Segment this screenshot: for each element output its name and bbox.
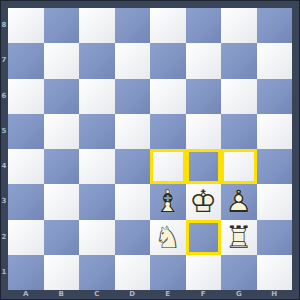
square-f7[interactable] bbox=[186, 43, 222, 78]
square-d6[interactable] bbox=[115, 79, 151, 114]
file-label-h: H bbox=[264, 291, 284, 299]
file-label-a: A bbox=[16, 291, 36, 299]
square-b1[interactable] bbox=[44, 255, 80, 290]
chess-board: ♝♗♚♔♟♙♞♘♜♖ bbox=[8, 8, 292, 290]
file-label-d: D bbox=[122, 291, 142, 299]
square-a5[interactable] bbox=[8, 114, 44, 149]
square-d8[interactable] bbox=[115, 8, 151, 43]
square-e1[interactable] bbox=[150, 255, 186, 290]
square-c3[interactable] bbox=[79, 184, 115, 219]
square-h3[interactable] bbox=[257, 184, 293, 219]
square-g8[interactable] bbox=[221, 8, 257, 43]
square-e5[interactable] bbox=[150, 114, 186, 149]
rank-label-2: 2 bbox=[0, 234, 8, 241]
file-label-c: C bbox=[87, 291, 107, 299]
piece-outline-glyph: ♔ bbox=[186, 184, 222, 219]
square-d1[interactable] bbox=[115, 255, 151, 290]
square-b3[interactable] bbox=[44, 184, 80, 219]
file-label-g: G bbox=[229, 291, 249, 299]
square-f4[interactable] bbox=[186, 149, 222, 184]
square-b4[interactable] bbox=[44, 149, 80, 184]
rank-label-8: 8 bbox=[0, 22, 8, 29]
square-e7[interactable] bbox=[150, 43, 186, 78]
piece-white-bishop[interactable]: ♝♗ bbox=[150, 184, 186, 219]
square-a3[interactable] bbox=[8, 184, 44, 219]
square-b8[interactable] bbox=[44, 8, 80, 43]
piece-white-pawn[interactable]: ♟♙ bbox=[221, 184, 257, 219]
square-e3[interactable]: ♝♗ bbox=[150, 184, 186, 219]
rank-label-4: 4 bbox=[0, 163, 8, 170]
piece-white-knight[interactable]: ♞♘ bbox=[150, 220, 186, 255]
square-a2[interactable] bbox=[8, 220, 44, 255]
square-f8[interactable] bbox=[186, 8, 222, 43]
file-label-f: F bbox=[193, 291, 213, 299]
square-a6[interactable] bbox=[8, 79, 44, 114]
square-a4[interactable] bbox=[8, 149, 44, 184]
rank-label-5: 5 bbox=[0, 128, 8, 135]
square-a7[interactable] bbox=[8, 43, 44, 78]
square-g3[interactable]: ♟♙ bbox=[221, 184, 257, 219]
square-d7[interactable] bbox=[115, 43, 151, 78]
square-d5[interactable] bbox=[115, 114, 151, 149]
square-f1[interactable] bbox=[186, 255, 222, 290]
piece-outline-glyph: ♗ bbox=[150, 184, 186, 219]
square-e4[interactable] bbox=[150, 149, 186, 184]
square-c4[interactable] bbox=[79, 149, 115, 184]
square-h8[interactable] bbox=[257, 8, 293, 43]
square-c8[interactable] bbox=[79, 8, 115, 43]
square-h2[interactable] bbox=[257, 220, 293, 255]
square-c1[interactable] bbox=[79, 255, 115, 290]
piece-outline-glyph: ♖ bbox=[221, 220, 257, 255]
square-f3[interactable]: ♚♔ bbox=[186, 184, 222, 219]
square-b2[interactable] bbox=[44, 220, 80, 255]
square-h5[interactable] bbox=[257, 114, 293, 149]
square-g1[interactable] bbox=[221, 255, 257, 290]
file-label-e: E bbox=[158, 291, 178, 299]
square-e8[interactable] bbox=[150, 8, 186, 43]
square-g2[interactable]: ♜♖ bbox=[221, 220, 257, 255]
square-c6[interactable] bbox=[79, 79, 115, 114]
square-e2[interactable]: ♞♘ bbox=[150, 220, 186, 255]
piece-white-rook[interactable]: ♜♖ bbox=[221, 220, 257, 255]
square-b7[interactable] bbox=[44, 43, 80, 78]
square-c5[interactable] bbox=[79, 114, 115, 149]
square-f5[interactable] bbox=[186, 114, 222, 149]
piece-outline-glyph: ♘ bbox=[150, 220, 186, 255]
square-f2[interactable] bbox=[186, 220, 222, 255]
square-e6[interactable] bbox=[150, 79, 186, 114]
square-d4[interactable] bbox=[115, 149, 151, 184]
square-f6[interactable] bbox=[186, 79, 222, 114]
square-a1[interactable] bbox=[8, 255, 44, 290]
square-c7[interactable] bbox=[79, 43, 115, 78]
square-b5[interactable] bbox=[44, 114, 80, 149]
square-g6[interactable] bbox=[221, 79, 257, 114]
square-g4[interactable] bbox=[221, 149, 257, 184]
rank-label-6: 6 bbox=[0, 93, 8, 100]
piece-white-king[interactable]: ♚♔ bbox=[186, 184, 222, 219]
square-h7[interactable] bbox=[257, 43, 293, 78]
chessboard-window: ♝♗♚♔♟♙♞♘♜♖ 87654321ABCDEFGH bbox=[0, 0, 300, 300]
square-d3[interactable] bbox=[115, 184, 151, 219]
square-c2[interactable] bbox=[79, 220, 115, 255]
square-d2[interactable] bbox=[115, 220, 151, 255]
rank-label-3: 3 bbox=[0, 198, 8, 205]
square-h6[interactable] bbox=[257, 79, 293, 114]
square-a8[interactable] bbox=[8, 8, 44, 43]
square-b6[interactable] bbox=[44, 79, 80, 114]
rank-label-7: 7 bbox=[0, 57, 8, 64]
file-label-b: B bbox=[51, 291, 71, 299]
piece-outline-glyph: ♙ bbox=[221, 184, 257, 219]
square-h4[interactable] bbox=[257, 149, 293, 184]
square-h1[interactable] bbox=[257, 255, 293, 290]
square-g5[interactable] bbox=[221, 114, 257, 149]
rank-label-1: 1 bbox=[0, 269, 8, 276]
square-g7[interactable] bbox=[221, 43, 257, 78]
